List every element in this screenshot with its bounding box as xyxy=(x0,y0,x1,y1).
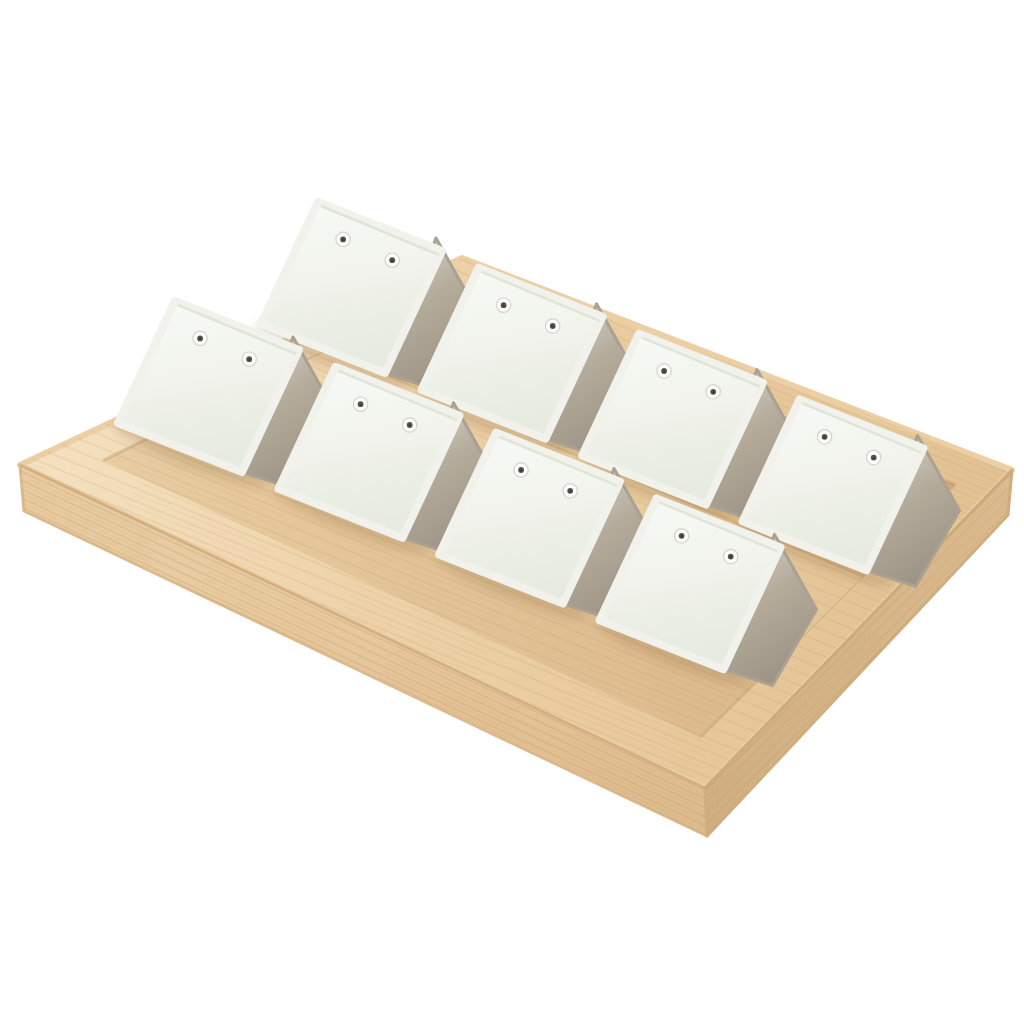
hole-center xyxy=(712,391,714,393)
hole-center xyxy=(409,424,411,426)
hole-center xyxy=(873,457,875,459)
earring-post-hole xyxy=(353,397,367,411)
earring-post-hole xyxy=(193,331,207,345)
earring-post-hole xyxy=(724,549,738,563)
hole-center xyxy=(342,239,344,241)
earring-post-hole xyxy=(514,463,528,477)
earring-post-hole xyxy=(706,385,720,399)
hole-center xyxy=(663,370,665,372)
hole-center xyxy=(520,469,522,471)
earring-post-hole xyxy=(563,484,577,498)
earring-post-hole xyxy=(336,232,350,246)
earring-post-hole xyxy=(385,253,399,267)
hole-center xyxy=(359,403,361,405)
earring-tray-product-photo xyxy=(0,0,1024,1024)
scene-svg xyxy=(0,0,1024,1024)
earring-post-hole xyxy=(817,430,831,444)
earring-post-hole xyxy=(496,298,510,312)
earring-post-hole xyxy=(867,450,881,464)
hole-center xyxy=(391,259,393,261)
hole-center xyxy=(823,436,825,438)
hole-center xyxy=(502,304,504,306)
hole-center xyxy=(730,556,732,558)
earring-post-hole xyxy=(674,529,688,543)
earring-post-hole xyxy=(657,364,671,378)
hole-center xyxy=(569,490,571,492)
hole-center xyxy=(248,358,250,360)
hole-center xyxy=(680,535,682,537)
hole-center xyxy=(199,338,201,340)
earring-post-hole xyxy=(546,319,560,333)
earring-post-hole xyxy=(403,418,417,432)
earring-post-hole xyxy=(242,352,256,366)
hole-center xyxy=(552,325,554,327)
